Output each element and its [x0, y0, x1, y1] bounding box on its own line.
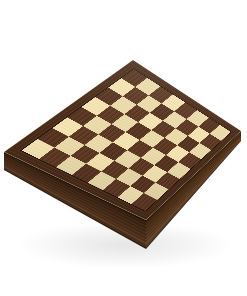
- chess-board: [4, 60, 241, 220]
- product-photo: [0, 0, 247, 296]
